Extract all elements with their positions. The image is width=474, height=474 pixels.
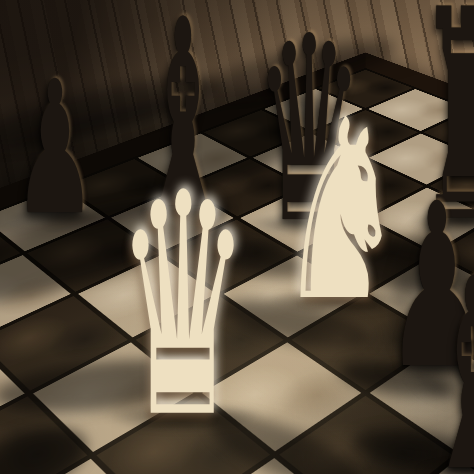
black-bishop-h2[interactable]: ♝ [425, 244, 474, 474]
chess-scene: ♟♝♛♜♞♟♛♝ [0, 0, 474, 474]
black-pawn-a6[interactable]: ♟ [14, 58, 96, 242]
white-queen-a4[interactable]: ♛ [116, 153, 250, 461]
